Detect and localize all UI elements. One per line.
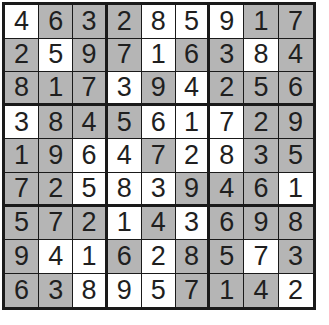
cell-r3c3[interactable]: 7 — [73, 72, 107, 106]
cell-r4c4[interactable]: 5 — [108, 106, 142, 140]
cell-r7c8[interactable]: 9 — [244, 207, 278, 241]
cell-r5c3[interactable]: 6 — [73, 139, 107, 173]
cell-r2c2[interactable]: 5 — [39, 39, 73, 73]
cell-r8c9[interactable]: 3 — [279, 240, 313, 274]
cell-r7c4[interactable]: 1 — [108, 207, 142, 241]
cell-r6c6[interactable]: 9 — [176, 173, 210, 207]
cell-r2c1[interactable]: 2 — [5, 39, 39, 73]
cell-r7c1[interactable]: 5 — [5, 207, 39, 241]
cell-r3c8[interactable]: 5 — [244, 72, 278, 106]
cell-r2c5[interactable]: 1 — [142, 39, 176, 73]
cell-r9c7[interactable]: 1 — [210, 274, 244, 308]
cell-r3c4[interactable]: 3 — [108, 72, 142, 106]
cell-r4c5[interactable]: 6 — [142, 106, 176, 140]
cell-r3c6[interactable]: 4 — [176, 72, 210, 106]
cell-r9c6[interactable]: 7 — [176, 274, 210, 308]
cell-r6c5[interactable]: 3 — [142, 173, 176, 207]
cell-r6c4[interactable]: 8 — [108, 173, 142, 207]
cell-r5c1[interactable]: 1 — [5, 139, 39, 173]
cell-r1c4[interactable]: 2 — [108, 5, 142, 39]
cell-r8c8[interactable]: 7 — [244, 240, 278, 274]
cell-r5c2[interactable]: 9 — [39, 139, 73, 173]
cell-r4c2[interactable]: 8 — [39, 106, 73, 140]
cell-r8c3[interactable]: 1 — [73, 240, 107, 274]
cell-r2c6[interactable]: 6 — [176, 39, 210, 73]
cell-r1c6[interactable]: 5 — [176, 5, 210, 39]
cell-r9c4[interactable]: 9 — [108, 274, 142, 308]
cell-r4c3[interactable]: 4 — [73, 106, 107, 140]
cell-r7c6[interactable]: 3 — [176, 207, 210, 241]
cell-r1c1[interactable]: 4 — [5, 5, 39, 39]
cell-r8c6[interactable]: 8 — [176, 240, 210, 274]
cell-r7c7[interactable]: 6 — [210, 207, 244, 241]
cell-r6c9[interactable]: 1 — [279, 173, 313, 207]
cell-r4c9[interactable]: 9 — [279, 106, 313, 140]
cell-r3c1[interactable]: 8 — [5, 72, 39, 106]
cell-r2c9[interactable]: 4 — [279, 39, 313, 73]
cell-r8c7[interactable]: 5 — [210, 240, 244, 274]
cell-r5c7[interactable]: 8 — [210, 139, 244, 173]
cell-r6c8[interactable]: 6 — [244, 173, 278, 207]
cell-r8c1[interactable]: 9 — [5, 240, 39, 274]
cell-r1c7[interactable]: 9 — [210, 5, 244, 39]
cell-r6c7[interactable]: 4 — [210, 173, 244, 207]
cell-r4c8[interactable]: 2 — [244, 106, 278, 140]
cell-r3c7[interactable]: 2 — [210, 72, 244, 106]
cell-r9c8[interactable]: 4 — [244, 274, 278, 308]
cell-r9c3[interactable]: 8 — [73, 274, 107, 308]
cell-r1c8[interactable]: 1 — [244, 5, 278, 39]
cell-r6c1[interactable]: 7 — [5, 173, 39, 207]
cell-r9c5[interactable]: 5 — [142, 274, 176, 308]
cell-r7c3[interactable]: 2 — [73, 207, 107, 241]
cell-r5c8[interactable]: 3 — [244, 139, 278, 173]
cell-r2c8[interactable]: 8 — [244, 39, 278, 73]
cell-r1c2[interactable]: 6 — [39, 5, 73, 39]
cell-r3c5[interactable]: 9 — [142, 72, 176, 106]
cell-r3c2[interactable]: 1 — [39, 72, 73, 106]
cell-r6c2[interactable]: 2 — [39, 173, 73, 207]
cell-r8c4[interactable]: 6 — [108, 240, 142, 274]
cell-r8c5[interactable]: 2 — [142, 240, 176, 274]
cell-r2c4[interactable]: 7 — [108, 39, 142, 73]
cell-r1c9[interactable]: 7 — [279, 5, 313, 39]
cell-r4c1[interactable]: 3 — [5, 106, 39, 140]
cell-r2c3[interactable]: 9 — [73, 39, 107, 73]
cell-r5c9[interactable]: 5 — [279, 139, 313, 173]
cell-r9c1[interactable]: 6 — [5, 274, 39, 308]
cell-r1c3[interactable]: 3 — [73, 5, 107, 39]
cell-r7c2[interactable]: 7 — [39, 207, 73, 241]
cell-r1c5[interactable]: 8 — [142, 5, 176, 39]
cell-r9c9[interactable]: 2 — [279, 274, 313, 308]
cell-r5c4[interactable]: 4 — [108, 139, 142, 173]
cell-r7c5[interactable]: 4 — [142, 207, 176, 241]
board-margin: 4632859172597163848173942563845617291964… — [0, 0, 318, 312]
cell-r2c7[interactable]: 3 — [210, 39, 244, 73]
cell-r5c6[interactable]: 2 — [176, 139, 210, 173]
cell-r7c9[interactable]: 8 — [279, 207, 313, 241]
cell-r5c5[interactable]: 7 — [142, 139, 176, 173]
cell-r6c3[interactable]: 5 — [73, 173, 107, 207]
cell-r8c2[interactable]: 4 — [39, 240, 73, 274]
cell-r4c6[interactable]: 1 — [176, 106, 210, 140]
cell-r3c9[interactable]: 6 — [279, 72, 313, 106]
cell-r4c7[interactable]: 7 — [210, 106, 244, 140]
sudoku-board: 4632859172597163848173942563845617291964… — [2, 2, 316, 310]
cell-r9c2[interactable]: 3 — [39, 274, 73, 308]
